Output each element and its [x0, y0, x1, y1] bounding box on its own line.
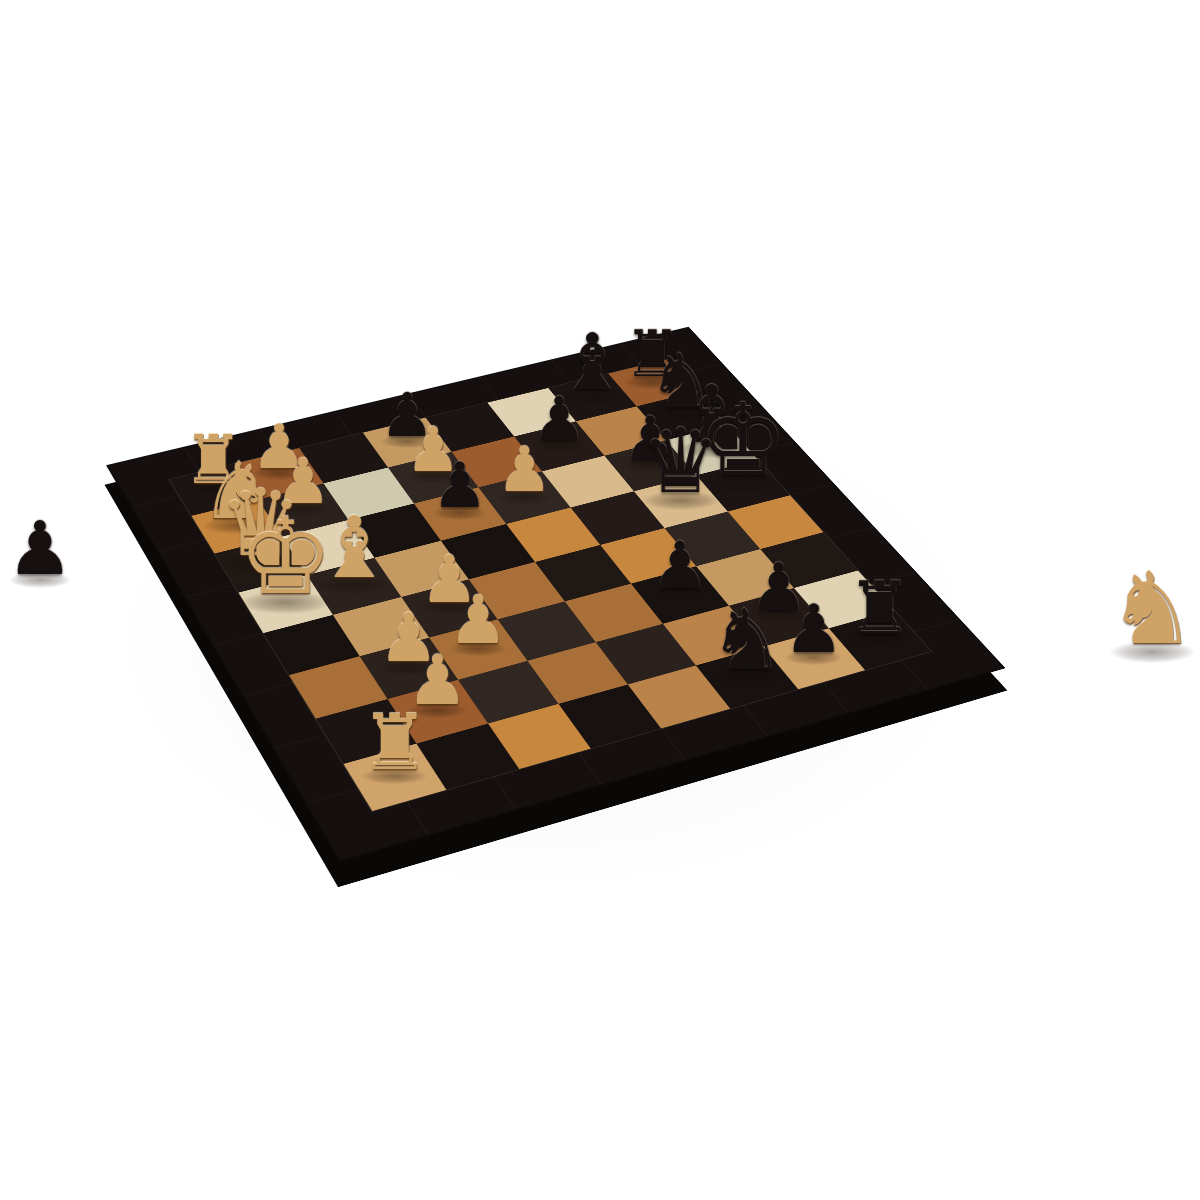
square-h8 — [829, 610, 931, 670]
square-g5 — [596, 624, 696, 685]
square-e2 — [333, 597, 429, 656]
square-g2 — [388, 680, 489, 744]
square-g1 — [316, 699, 417, 764]
square-e1 — [263, 615, 359, 675]
square-h6 — [696, 647, 798, 709]
black-pawn-shadow — [9, 572, 72, 588]
square-f2 — [360, 638, 458, 699]
square-f5 — [565, 584, 663, 643]
square-h2 — [416, 724, 519, 790]
square-g4 — [527, 642, 627, 704]
square-d1 — [239, 575, 333, 633]
black-pawn: ♟ — [3, 511, 77, 585]
chess-board — [106, 327, 1006, 863]
square-h1 — [344, 744, 447, 811]
square-f4 — [498, 601, 596, 660]
white-knight-shadow — [1110, 641, 1195, 663]
square-f1 — [289, 656, 387, 718]
square-h3 — [488, 704, 591, 769]
square-g7 — [729, 588, 829, 647]
square-e4 — [469, 562, 565, 619]
square-h4 — [559, 685, 662, 749]
square-d2 — [307, 558, 401, 615]
square-f3 — [429, 619, 527, 679]
square-g6 — [663, 606, 763, 666]
square-g3 — [458, 661, 558, 724]
product-photo-scene: ♜♝♞♟♟♝♟♟♟♚♜♟♛♟♟♞♛♝♟♚♟♟♜♟♟♟♞♟♜♟♞ — [0, 0, 1200, 1200]
square-f6 — [631, 566, 729, 624]
white-knight: ♞ — [1102, 559, 1200, 659]
square-h5 — [628, 665, 730, 728]
board-frame — [106, 327, 1006, 863]
square-e3 — [401, 579, 497, 637]
square-h7 — [763, 628, 865, 689]
square-g8 — [794, 571, 894, 629]
